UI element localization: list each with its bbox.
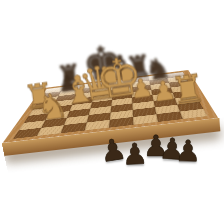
square-d1 — [85, 120, 110, 131]
square-e1 — [109, 117, 133, 128]
chess-set-photo: ♜♞♝♛♚♟♟♜♜♟♚♝♜♞ ♟♟♟♟♟ — [0, 0, 224, 224]
captured-dark-piece-5: ♟ — [175, 137, 202, 166]
square-g1 — [156, 111, 182, 122]
square-b1 — [37, 125, 64, 136]
square-h1 — [180, 109, 208, 119]
square-f1 — [133, 114, 158, 125]
square-c1 — [61, 122, 87, 133]
